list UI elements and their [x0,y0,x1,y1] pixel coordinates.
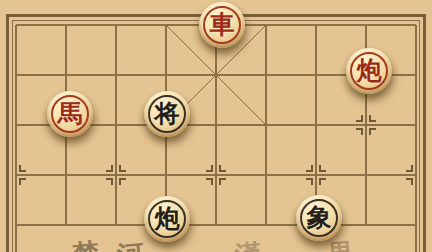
piece-red-chariot[interactable]: 車 [199,2,245,48]
river-text-han: 漢 [234,240,263,252]
piece-black-general[interactable]: 将 [144,91,190,137]
river-text-he: 河 [116,240,145,252]
river-text-chu: 楚 [71,239,100,252]
piece-glyph: 炮 [155,206,180,231]
piece-glyph: 将 [155,101,180,126]
piece-glyph: 炮 [357,58,382,83]
piece-glyph: 車 [210,12,235,37]
river-text-jie: 界 [326,239,355,252]
piece-black-cannon[interactable]: 炮 [144,196,190,242]
piece-black-elephant[interactable]: 象 [296,195,342,241]
piece-glyph: 馬 [58,101,83,126]
xiangqi-board: 楚 河 漢 界 車炮馬将炮象 [0,0,432,252]
piece-red-cannon[interactable]: 炮 [346,48,392,94]
piece-glyph: 象 [307,205,332,230]
piece-red-horse[interactable]: 馬 [47,91,93,137]
